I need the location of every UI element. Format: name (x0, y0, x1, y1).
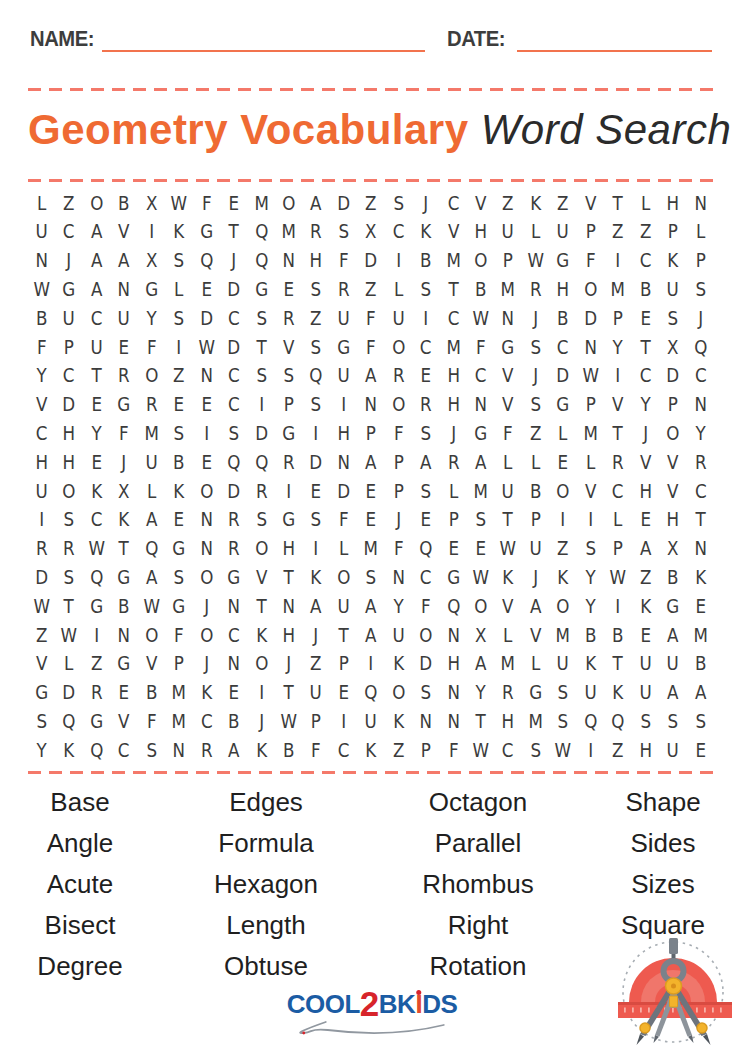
name-label: NAME: (30, 26, 94, 52)
grid-cell: I (30, 505, 54, 534)
grid-cell: R (222, 505, 246, 534)
grid-cell: D (249, 419, 273, 448)
grid-cell: U (139, 447, 163, 476)
grid-cell: O (249, 534, 273, 563)
grid-cell: M (249, 188, 273, 217)
grid-cell: L (167, 275, 191, 304)
grid-cell: Y (30, 361, 54, 390)
grid-cell: I (331, 707, 355, 736)
grid-cell: N (167, 735, 191, 764)
grid-cell: X (139, 188, 163, 217)
grid-cell: N (688, 390, 712, 419)
grid-cell: S (633, 707, 657, 736)
word-list-item: Bisect (0, 905, 160, 946)
grid-cell: U (386, 303, 410, 332)
grid-cell: Z (633, 217, 657, 246)
grid-cell: G (139, 275, 163, 304)
grid-cell: N (112, 620, 136, 649)
grid-cell: M (496, 649, 520, 678)
grid-cell: W (167, 188, 191, 217)
grid-cell: J (524, 361, 548, 390)
grid-cell: H (661, 188, 685, 217)
grid-cell: E (194, 447, 218, 476)
grid-cell: W (57, 620, 81, 649)
grid-cell: G (249, 275, 273, 304)
grid-cell: A (414, 447, 438, 476)
grid-cell: C (386, 217, 410, 246)
grid-cell: Z (57, 188, 81, 217)
grid-cell: S (661, 707, 685, 736)
grid-cell: T (277, 678, 301, 707)
grid-cell: Q (85, 563, 109, 592)
grid-cell: C (57, 361, 81, 390)
grid-cell: Q (222, 447, 246, 476)
word-list-item: Hexagon (160, 864, 372, 905)
grid-cell: I (304, 419, 328, 448)
grid-cell: Z (386, 735, 410, 764)
word-list-item: Length (160, 905, 372, 946)
grid-cell: C (222, 303, 246, 332)
grid-cell: E (688, 735, 712, 764)
grid-cell: P (524, 505, 548, 534)
grid-cell: G (167, 591, 191, 620)
grid-cell: I (606, 591, 630, 620)
word-list-item: Rotation (372, 946, 584, 987)
grid-cell: K (661, 246, 685, 275)
grid-cell: H (57, 419, 81, 448)
grid-cell: S (277, 361, 301, 390)
grid-cell: N (441, 678, 465, 707)
grid-cell: K (386, 707, 410, 736)
grid-cell: I (249, 390, 273, 419)
grid-cell: K (57, 735, 81, 764)
grid-cell: A (85, 246, 109, 275)
grid-cell: S (469, 505, 493, 534)
word-list-item: Obtuse (160, 946, 372, 987)
grid-cell: A (85, 217, 109, 246)
grid-cell: E (633, 505, 657, 534)
grid-cell: D (661, 361, 685, 390)
grid-cell: Z (359, 188, 383, 217)
grid-cell: E (85, 447, 109, 476)
grid-cell: M (496, 275, 520, 304)
title-rest: Word Search (469, 106, 732, 153)
grid-cell: S (661, 303, 685, 332)
grid-cell: Z (359, 275, 383, 304)
grid-cell: N (222, 649, 246, 678)
grid-cell: O (139, 361, 163, 390)
grid-cell: K (194, 678, 218, 707)
grid-cell: J (441, 419, 465, 448)
grid-cell: I (578, 505, 602, 534)
grid-cell: R (386, 361, 410, 390)
grid-cell: U (85, 332, 109, 361)
grid-cell: R (688, 447, 712, 476)
grid-cell: B (30, 303, 54, 332)
grid-cell: V (277, 332, 301, 361)
grid-cell: I (551, 505, 575, 534)
grid-cell: F (304, 735, 328, 764)
grid-cell: L (139, 476, 163, 505)
grid-cell: H (661, 505, 685, 534)
grid-cell: N (277, 246, 301, 275)
grid-cell: G (441, 563, 465, 592)
grid-cell: P (606, 534, 630, 563)
grid-cell: O (277, 188, 301, 217)
grid-cell: S (167, 419, 191, 448)
grid-cell: B (633, 275, 657, 304)
grid-cell: R (249, 476, 273, 505)
grid-cell: O (469, 591, 493, 620)
grid-cell: C (112, 735, 136, 764)
grid-cell: J (414, 188, 438, 217)
word-list-item: Edges (160, 782, 372, 823)
grid-cell: E (359, 476, 383, 505)
grid-cell: Y (469, 678, 493, 707)
grid-cell: Q (249, 246, 273, 275)
grid-cell: P (578, 390, 602, 419)
grid-cell: N (194, 505, 218, 534)
grid-cell: O (414, 620, 438, 649)
grid-cell: P (386, 447, 410, 476)
grid-cell: F (359, 303, 383, 332)
grid-cell: B (222, 707, 246, 736)
grid-cell: N (222, 591, 246, 620)
grid-cell: N (496, 303, 520, 332)
grid-cell: O (661, 419, 685, 448)
grid-cell: A (359, 447, 383, 476)
grid-cell: V (633, 447, 657, 476)
grid-cell: Y (85, 419, 109, 448)
grid-cell: E (414, 505, 438, 534)
grid-cell: W (139, 591, 163, 620)
grid-cell: O (469, 246, 493, 275)
word-list-column: OctagonParallelRhombusRightRotation (372, 782, 584, 987)
grid-cell: J (222, 246, 246, 275)
grid-cell: Z (606, 217, 630, 246)
grid-cell: V (112, 707, 136, 736)
grid-cell: K (304, 563, 328, 592)
grid-cell: V (139, 649, 163, 678)
grid-cell: K (578, 649, 602, 678)
grid-cell: U (331, 361, 355, 390)
grid-cell: O (551, 591, 575, 620)
grid-cell: C (414, 563, 438, 592)
grid-cell: A (359, 591, 383, 620)
grid-cell: J (194, 591, 218, 620)
grid-cell: M (167, 678, 191, 707)
word-list-item: Formula (160, 823, 372, 864)
word-list-item: Sizes (584, 864, 742, 905)
logo-bk: BK (379, 989, 416, 1019)
word-list-item: Shape (584, 782, 742, 823)
grid-cell: A (688, 678, 712, 707)
grid-cell: G (496, 332, 520, 361)
grid-cell: Q (249, 447, 273, 476)
grid-cell: S (304, 505, 328, 534)
grid-cell: C (606, 476, 630, 505)
date-label: DATE: (447, 26, 505, 52)
grid-cell: T (277, 563, 301, 592)
name-input-line[interactable] (102, 28, 426, 52)
grid-cell: K (359, 735, 383, 764)
word-list-item: Degree (0, 946, 160, 987)
grid-cell: S (249, 361, 273, 390)
grid-cell: Y (688, 419, 712, 448)
word-list-item: Octagon (372, 782, 584, 823)
grid-cell: T (441, 275, 465, 304)
word-list-item: Right (372, 905, 584, 946)
grid-cell: C (57, 217, 81, 246)
grid-cell: L (524, 217, 548, 246)
grid-cell: S (359, 563, 383, 592)
grid-cell: E (222, 188, 246, 217)
grid-cell: D (222, 332, 246, 361)
grid-cell: A (524, 591, 548, 620)
grid-cell: Z (85, 649, 109, 678)
grid-cell: J (688, 303, 712, 332)
grid-cell: C (688, 361, 712, 390)
grid-cell: A (661, 620, 685, 649)
grid-cell: S (249, 505, 273, 534)
grid-cell: Q (606, 707, 630, 736)
grid-cell: F (496, 419, 520, 448)
grid-cell: S (386, 188, 410, 217)
word-list-item: Rhombus (372, 864, 584, 905)
grid-cell: V (496, 390, 520, 419)
grid-cell: U (30, 217, 54, 246)
grid-cell: L (441, 476, 465, 505)
grid-cell: K (85, 476, 109, 505)
grid-cell: S (551, 707, 575, 736)
grid-cell: E (222, 678, 246, 707)
grid-cell: H (469, 217, 493, 246)
grid-cell: G (551, 246, 575, 275)
grid-cell: V (30, 390, 54, 419)
grid-cell: Y (578, 563, 602, 592)
grid-cell: F (469, 332, 493, 361)
grid-cell: F (331, 505, 355, 534)
grid-cell: M (578, 419, 602, 448)
grid-cell: W (277, 707, 301, 736)
grid-cell: Q (249, 217, 273, 246)
grid-cell: E (469, 534, 493, 563)
grid-cell: O (551, 476, 575, 505)
grid-cell: G (524, 678, 548, 707)
grid-cell: A (139, 563, 163, 592)
grid-cell: M (167, 707, 191, 736)
grid-cell: F (414, 591, 438, 620)
grid-cell: D (57, 390, 81, 419)
grid-cell: A (304, 591, 328, 620)
grid-cell: I (167, 332, 191, 361)
grid-cell: Z (524, 419, 548, 448)
grid-cell: B (551, 303, 575, 332)
grid-cell: P (496, 246, 520, 275)
grid-cell: B (167, 447, 191, 476)
grid-cell: Q (441, 591, 465, 620)
grid-cell: G (30, 678, 54, 707)
grid-cell: I (386, 246, 410, 275)
header: NAME: DATE: (0, 0, 742, 52)
grid-cell: U (304, 678, 328, 707)
grid-cell: L (578, 447, 602, 476)
brand-logo: COOL2BKIDS (287, 984, 458, 1036)
grid-cell: Q (304, 361, 328, 390)
grid-cell: F (194, 188, 218, 217)
grid-cell: I (578, 735, 602, 764)
grid-cell: N (194, 534, 218, 563)
grid-cell: D (304, 447, 328, 476)
grid-cell: V (524, 620, 548, 649)
grid-cell: M (139, 419, 163, 448)
grid-cell: H (633, 735, 657, 764)
grid-cell: C (551, 332, 575, 361)
grid-cell: F (578, 246, 602, 275)
grid-cell: Z (167, 361, 191, 390)
grid-cell: U (661, 275, 685, 304)
grid-cell: H (304, 246, 328, 275)
grid-cell: Z (304, 303, 328, 332)
grid-cell: Z (30, 620, 54, 649)
grid-cell: H (633, 476, 657, 505)
grid-cell: C (85, 303, 109, 332)
grid-cell: U (551, 217, 575, 246)
grid-cell: Q (57, 707, 81, 736)
grid-cell: P (331, 649, 355, 678)
grid-cell: S (57, 563, 81, 592)
grid-cell: O (194, 476, 218, 505)
grid-cell: R (112, 361, 136, 390)
grid-cell: A (112, 246, 136, 275)
grid-cell: U (633, 649, 657, 678)
grid-cell: Q (85, 735, 109, 764)
grid-cell: L (688, 217, 712, 246)
grid-cell: E (194, 275, 218, 304)
grid-cell: P (578, 217, 602, 246)
grid-cell: H (441, 361, 465, 390)
grid-cell: S (524, 390, 548, 419)
page-title: Geometry Vocabulary Word Search (0, 91, 742, 167)
grid-cell: L (57, 649, 81, 678)
grid-cell: U (57, 303, 81, 332)
grid-cell: D (331, 476, 355, 505)
grid-cell: B (277, 735, 301, 764)
grid-cell: T (606, 419, 630, 448)
grid-cell: E (551, 447, 575, 476)
grid-cell: V (661, 476, 685, 505)
grid-cell: Q (578, 707, 602, 736)
grid-cell: E (194, 390, 218, 419)
dashed-divider-above-grid (28, 179, 714, 182)
grid-cell: B (139, 678, 163, 707)
grid-cell: C (496, 735, 520, 764)
grid-cell: B (688, 649, 712, 678)
grid-cell: N (414, 707, 438, 736)
grid-cell: D (414, 649, 438, 678)
grid-cell: L (331, 534, 355, 563)
grid-cell: E (167, 505, 191, 534)
grid-cell: S (222, 419, 246, 448)
grid-cell: L (524, 649, 548, 678)
grid-cell: G (277, 505, 301, 534)
grid-cell: V (30, 649, 54, 678)
grid-cell: S (414, 275, 438, 304)
protractor-compass-illustration (612, 938, 738, 1050)
grid-cell: C (469, 361, 493, 390)
grid-cell: X (359, 217, 383, 246)
word-list-item: Sides (584, 823, 742, 864)
grid-cell: U (633, 678, 657, 707)
grid-cell: U (331, 591, 355, 620)
grid-cell: A (304, 188, 328, 217)
grid-cell: B (414, 246, 438, 275)
grid-cell: U (112, 303, 136, 332)
grid-cell: D (30, 563, 54, 592)
grid-cell: K (688, 563, 712, 592)
grid-cell: Q (139, 534, 163, 563)
grid-cell: H (57, 447, 81, 476)
grid-cell: C (331, 735, 355, 764)
grid-cell: B (112, 591, 136, 620)
grid-cell: U (30, 476, 54, 505)
grid-cell: S (139, 735, 163, 764)
grid-cell: G (194, 217, 218, 246)
grid-cell: I (277, 476, 301, 505)
grid-cell: S (57, 505, 81, 534)
grid-cell: A (139, 505, 163, 534)
grid-cell: O (331, 563, 355, 592)
grid-cell: K (249, 620, 273, 649)
grid-cell: T (688, 505, 712, 534)
grid-cell: O (578, 275, 602, 304)
word-list-item: Base (0, 782, 160, 823)
grid-cell: K (414, 217, 438, 246)
grid-cell: E (359, 505, 383, 534)
grid-cell: N (386, 563, 410, 592)
grid-cell: R (441, 447, 465, 476)
grid-cell: M (524, 707, 548, 736)
grid-cell: T (606, 649, 630, 678)
grid-cell: P (441, 505, 465, 534)
grid-cell: P (606, 303, 630, 332)
grid-cell: A (359, 361, 383, 390)
grid-cell: J (304, 620, 328, 649)
word-list-item: Angle (0, 823, 160, 864)
grid-cell: R (222, 534, 246, 563)
grid-cell: J (386, 505, 410, 534)
grid-cell: I (249, 678, 273, 707)
grid-cell: O (386, 678, 410, 707)
grid-cell: H (441, 649, 465, 678)
grid-cell: J (112, 447, 136, 476)
grid-cell: P (386, 476, 410, 505)
grid-cell: H (551, 275, 575, 304)
grid-cell: J (524, 303, 548, 332)
word-list-item: Parallel (372, 823, 584, 864)
grid-cell: T (331, 620, 355, 649)
grid-cell: V (112, 217, 136, 246)
grid-cell: C (441, 188, 465, 217)
grid-cell: S (688, 275, 712, 304)
grid-cell: L (633, 188, 657, 217)
grid-cell: L (606, 505, 630, 534)
grid-cell: S (688, 707, 712, 736)
date-input-line[interactable] (517, 28, 712, 52)
grid-cell: G (85, 707, 109, 736)
grid-cell: V (606, 390, 630, 419)
grid-cell: N (277, 591, 301, 620)
